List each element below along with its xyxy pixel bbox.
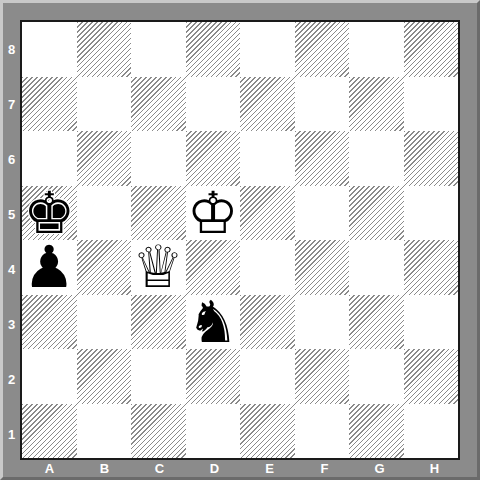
- rank-labels: 87654321: [3, 22, 20, 462]
- square-f7[interactable]: [295, 77, 350, 132]
- square-b1[interactable]: [77, 404, 132, 459]
- square-g2[interactable]: [349, 349, 404, 404]
- file-label-d: D: [187, 460, 242, 477]
- square-b7[interactable]: [77, 77, 132, 132]
- square-c5[interactable]: [131, 186, 186, 241]
- rank-label-2: 2: [3, 352, 20, 407]
- square-f8[interactable]: [295, 22, 350, 77]
- square-d8[interactable]: [186, 22, 241, 77]
- square-e7[interactable]: [240, 77, 295, 132]
- rank-label-8: 8: [3, 22, 20, 77]
- square-c7[interactable]: [131, 77, 186, 132]
- rank-label-7: 7: [3, 77, 20, 132]
- square-a7[interactable]: [22, 77, 77, 132]
- square-f5[interactable]: [295, 186, 350, 241]
- square-d5[interactable]: ♔: [186, 186, 241, 241]
- square-a8[interactable]: [22, 22, 77, 77]
- square-b3[interactable]: [77, 295, 132, 350]
- rank-label-4: 4: [3, 242, 20, 297]
- square-c1[interactable]: [131, 404, 186, 459]
- rank-label-6: 6: [3, 132, 20, 187]
- square-d6[interactable]: [186, 131, 241, 186]
- square-a4[interactable]: ♟: [22, 240, 77, 295]
- square-e2[interactable]: [240, 349, 295, 404]
- square-d3[interactable]: ♞: [186, 295, 241, 350]
- piece-black-king[interactable]: ♚: [23, 186, 75, 240]
- square-g5[interactable]: [349, 186, 404, 241]
- rank-label-1: 1: [3, 407, 20, 462]
- square-a3[interactable]: [22, 295, 77, 350]
- square-c6[interactable]: [131, 131, 186, 186]
- square-h8[interactable]: [404, 22, 459, 77]
- square-f6[interactable]: [295, 131, 350, 186]
- file-label-h: H: [407, 460, 462, 477]
- square-g6[interactable]: [349, 131, 404, 186]
- square-e8[interactable]: [240, 22, 295, 77]
- square-f1[interactable]: [295, 404, 350, 459]
- file-label-g: G: [352, 460, 407, 477]
- chessboard-frame: 87654321 ABCDEFGH ♚♔♟♕♞: [0, 0, 480, 480]
- file-label-b: B: [77, 460, 132, 477]
- piece-white-queen[interactable]: ♕: [132, 240, 184, 294]
- square-h3[interactable]: [404, 295, 459, 350]
- square-h1[interactable]: [404, 404, 459, 459]
- square-f4[interactable]: [295, 240, 350, 295]
- square-e6[interactable]: [240, 131, 295, 186]
- square-b2[interactable]: [77, 349, 132, 404]
- square-a5[interactable]: ♚: [22, 186, 77, 241]
- file-labels: ABCDEFGH: [22, 460, 462, 477]
- square-d2[interactable]: [186, 349, 241, 404]
- square-e4[interactable]: [240, 240, 295, 295]
- square-d7[interactable]: [186, 77, 241, 132]
- square-c8[interactable]: [131, 22, 186, 77]
- square-b8[interactable]: [77, 22, 132, 77]
- square-e1[interactable]: [240, 404, 295, 459]
- rank-label-5: 5: [3, 187, 20, 242]
- square-d4[interactable]: [186, 240, 241, 295]
- square-e5[interactable]: [240, 186, 295, 241]
- square-h6[interactable]: [404, 131, 459, 186]
- square-c3[interactable]: [131, 295, 186, 350]
- square-a6[interactable]: [22, 131, 77, 186]
- square-g1[interactable]: [349, 404, 404, 459]
- piece-white-king[interactable]: ♔: [187, 186, 239, 240]
- square-a2[interactable]: [22, 349, 77, 404]
- square-h7[interactable]: [404, 77, 459, 132]
- file-label-c: C: [132, 460, 187, 477]
- piece-black-pawn[interactable]: ♟: [23, 240, 75, 294]
- square-c4[interactable]: ♕: [131, 240, 186, 295]
- piece-black-knight[interactable]: ♞: [187, 295, 239, 349]
- square-c2[interactable]: [131, 349, 186, 404]
- file-label-a: A: [22, 460, 77, 477]
- square-b6[interactable]: [77, 131, 132, 186]
- file-label-e: E: [242, 460, 297, 477]
- square-g8[interactable]: [349, 22, 404, 77]
- square-e3[interactable]: [240, 295, 295, 350]
- square-b4[interactable]: [77, 240, 132, 295]
- file-label-f: F: [297, 460, 352, 477]
- square-b5[interactable]: [77, 186, 132, 241]
- square-f2[interactable]: [295, 349, 350, 404]
- square-f3[interactable]: [295, 295, 350, 350]
- square-g7[interactable]: [349, 77, 404, 132]
- square-h2[interactable]: [404, 349, 459, 404]
- square-g3[interactable]: [349, 295, 404, 350]
- rank-label-3: 3: [3, 297, 20, 352]
- square-g4[interactable]: [349, 240, 404, 295]
- square-h5[interactable]: [404, 186, 459, 241]
- board: ♚♔♟♕♞: [20, 20, 460, 460]
- square-a1[interactable]: [22, 404, 77, 459]
- square-h4[interactable]: [404, 240, 459, 295]
- square-d1[interactable]: [186, 404, 241, 459]
